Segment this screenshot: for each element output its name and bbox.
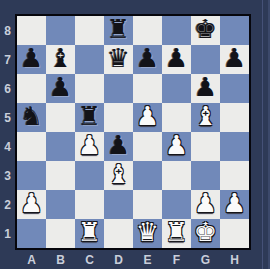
white-rook: ♜ <box>78 218 101 247</box>
square-g5[interactable]: ♝ <box>191 103 220 132</box>
rank-label-7: 7 <box>0 45 15 74</box>
square-d7[interactable]: ♛ <box>104 45 133 74</box>
square-c7[interactable] <box>75 45 104 74</box>
square-c3[interactable] <box>75 161 104 190</box>
square-d5[interactable] <box>104 103 133 132</box>
square-h8[interactable] <box>220 16 249 45</box>
square-g7[interactable] <box>191 45 220 74</box>
file-label-h: H <box>220 250 249 269</box>
square-b5[interactable] <box>46 103 75 132</box>
square-e5[interactable]: ♟ <box>133 103 162 132</box>
white-pawn: ♟ <box>194 189 217 218</box>
black-bishop: ♝ <box>49 44 72 73</box>
rank-label-3: 3 <box>0 161 15 190</box>
rank-label-5: 5 <box>0 103 15 132</box>
square-d8[interactable]: ♜ <box>104 16 133 45</box>
file-label-d: D <box>104 250 133 269</box>
square-d2[interactable] <box>104 190 133 219</box>
square-c5[interactable]: ♜ <box>75 103 104 132</box>
square-e8[interactable] <box>133 16 162 45</box>
square-b4[interactable] <box>46 132 75 161</box>
square-a5[interactable]: ♞ <box>17 103 46 132</box>
square-h4[interactable] <box>220 132 249 161</box>
black-rook: ♜ <box>78 102 101 131</box>
square-h7[interactable]: ♟ <box>220 45 249 74</box>
black-king: ♚ <box>194 15 217 44</box>
black-knight: ♞ <box>20 102 43 131</box>
square-b6[interactable]: ♟ <box>46 74 75 103</box>
square-b3[interactable] <box>46 161 75 190</box>
square-f4[interactable]: ♟ <box>162 132 191 161</box>
square-a1[interactable] <box>17 219 46 248</box>
square-b1[interactable] <box>46 219 75 248</box>
black-pawn: ♟ <box>194 73 217 102</box>
square-f1[interactable]: ♜ <box>162 219 191 248</box>
square-e7[interactable]: ♟ <box>133 45 162 74</box>
square-g6[interactable]: ♟ <box>191 74 220 103</box>
square-e3[interactable] <box>133 161 162 190</box>
square-f6[interactable] <box>162 74 191 103</box>
square-h3[interactable] <box>220 161 249 190</box>
chess-app-window: 87654321 ♜♚♟♝♛♟♟♟♟♟♞♜♟♝♟♟♟♝♟♟♟♜♛♜♚ ABCDE… <box>0 0 270 269</box>
square-g2[interactable]: ♟ <box>191 190 220 219</box>
square-e2[interactable] <box>133 190 162 219</box>
file-label-f: F <box>162 250 191 269</box>
white-queen: ♛ <box>136 218 159 247</box>
square-h2[interactable]: ♟ <box>220 190 249 219</box>
square-a2[interactable]: ♟ <box>17 190 46 219</box>
square-e1[interactable]: ♛ <box>133 219 162 248</box>
square-h6[interactable] <box>220 74 249 103</box>
black-rook: ♜ <box>107 15 130 44</box>
rank-label-1: 1 <box>0 219 15 248</box>
square-g1[interactable]: ♚ <box>191 219 220 248</box>
board-frame: ♜♚♟♝♛♟♟♟♟♟♞♜♟♝♟♟♟♝♟♟♟♜♛♜♚ <box>15 14 251 250</box>
white-bishop: ♝ <box>194 102 217 131</box>
chess-board: ♜♚♟♝♛♟♟♟♟♟♞♜♟♝♟♟♟♝♟♟♟♜♛♜♚ <box>17 16 249 248</box>
window-edge-line <box>262 0 263 269</box>
white-bishop: ♝ <box>107 160 130 189</box>
rank-label-2: 2 <box>0 190 15 219</box>
square-f5[interactable] <box>162 103 191 132</box>
rank-label-6: 6 <box>0 74 15 103</box>
rank-label-4: 4 <box>0 132 15 161</box>
square-a8[interactable] <box>17 16 46 45</box>
black-pawn: ♟ <box>49 73 72 102</box>
square-f2[interactable] <box>162 190 191 219</box>
window-edge-band <box>268 0 270 269</box>
square-f8[interactable] <box>162 16 191 45</box>
file-label-c: C <box>75 250 104 269</box>
black-pawn: ♟ <box>223 44 246 73</box>
square-c4[interactable]: ♟ <box>75 132 104 161</box>
square-e4[interactable] <box>133 132 162 161</box>
square-c6[interactable] <box>75 74 104 103</box>
black-pawn: ♟ <box>136 44 159 73</box>
file-label-a: A <box>17 250 46 269</box>
file-label-e: E <box>133 250 162 269</box>
white-rook: ♜ <box>165 218 188 247</box>
square-c1[interactable]: ♜ <box>75 219 104 248</box>
square-d6[interactable] <box>104 74 133 103</box>
square-f7[interactable]: ♟ <box>162 45 191 74</box>
square-g4[interactable] <box>191 132 220 161</box>
black-pawn: ♟ <box>107 131 130 160</box>
white-king: ♚ <box>194 218 217 247</box>
square-d4[interactable]: ♟ <box>104 132 133 161</box>
square-a7[interactable]: ♟ <box>17 45 46 74</box>
square-c2[interactable] <box>75 190 104 219</box>
black-pawn: ♟ <box>20 44 43 73</box>
square-a3[interactable] <box>17 161 46 190</box>
square-b2[interactable] <box>46 190 75 219</box>
square-h1[interactable] <box>220 219 249 248</box>
white-pawn: ♟ <box>136 102 159 131</box>
white-pawn: ♟ <box>165 131 188 160</box>
square-b8[interactable] <box>46 16 75 45</box>
square-c8[interactable] <box>75 16 104 45</box>
square-e6[interactable] <box>133 74 162 103</box>
file-label-b: B <box>46 250 75 269</box>
square-d3[interactable]: ♝ <box>104 161 133 190</box>
square-g8[interactable]: ♚ <box>191 16 220 45</box>
black-queen: ♛ <box>107 44 130 73</box>
square-a4[interactable] <box>17 132 46 161</box>
square-d1[interactable] <box>104 219 133 248</box>
square-f3[interactable] <box>162 161 191 190</box>
black-pawn: ♟ <box>165 44 188 73</box>
square-a6[interactable] <box>17 74 46 103</box>
square-g3[interactable] <box>191 161 220 190</box>
white-pawn: ♟ <box>20 189 43 218</box>
white-pawn: ♟ <box>78 131 101 160</box>
file-label-g: G <box>191 250 220 269</box>
rank-label-8: 8 <box>0 16 15 45</box>
rank-labels: 87654321 <box>0 16 15 248</box>
file-labels: ABCDEFGH <box>17 250 249 269</box>
white-pawn: ♟ <box>223 189 246 218</box>
square-b7[interactable]: ♝ <box>46 45 75 74</box>
square-h5[interactable] <box>220 103 249 132</box>
